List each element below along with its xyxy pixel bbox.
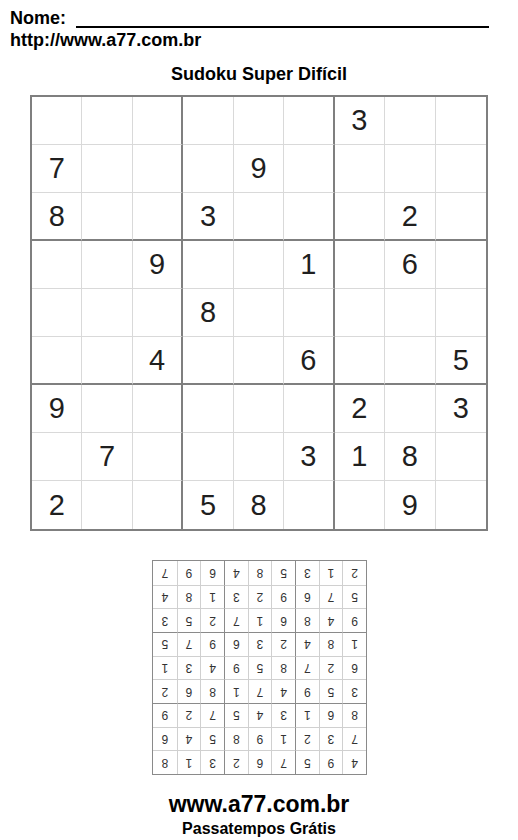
sudoku-cell-r2c2: 3 — [318, 727, 342, 751]
footer: www.a77.com.br Passatempos Grátis — [0, 791, 518, 839]
sudoku-cell-r2c3[interactable] — [133, 145, 183, 193]
sudoku-cell-r7c3: 8 — [295, 608, 319, 632]
sudoku-cell-r5c3: 7 — [295, 656, 319, 680]
sudoku-cell-r3c1: 8 — [342, 703, 366, 727]
sudoku-cell-r3c2: 6 — [318, 703, 342, 727]
sudoku-cell-r7c6[interactable] — [284, 385, 334, 433]
sudoku-cell-r7c3[interactable] — [133, 385, 183, 433]
sudoku-cell-r9c7[interactable] — [335, 481, 385, 529]
sudoku-cell-r5c1: 6 — [342, 656, 366, 680]
sudoku-cell-r1c9: 8 — [153, 750, 177, 774]
sudoku-cell-r9c9: 7 — [153, 561, 177, 585]
sudoku-cell-r3c4[interactable]: 3 — [183, 193, 233, 241]
sudoku-cell-r4c7: 8 — [200, 679, 224, 703]
sudoku-cell-r2c5: 9 — [247, 727, 271, 751]
sudoku-cell-r5c6[interactable] — [284, 289, 334, 337]
sudoku-puzzle-grid: 379832916846592373182589 — [30, 95, 488, 531]
sudoku-cell-r8c4: 9 — [271, 585, 295, 609]
sudoku-cell-r8c3: 6 — [295, 585, 319, 609]
sudoku-cell-r1c1[interactable] — [32, 97, 82, 145]
sudoku-cell-r5c4: 8 — [271, 656, 295, 680]
sudoku-cell-r1c7: 3 — [200, 750, 224, 774]
sudoku-cell-r2c9[interactable] — [436, 145, 486, 193]
sudoku-cell-r1c1: 4 — [342, 750, 366, 774]
name-label: Nome: — [10, 8, 66, 28]
sudoku-cell-r6c4: 2 — [271, 632, 295, 656]
page: Nome: http://www.a77.com.br Sudoku Super… — [0, 0, 518, 840]
sudoku-cell-r9c3: 3 — [295, 561, 319, 585]
sudoku-cell-r9c2[interactable] — [82, 481, 132, 529]
sudoku-cell-r2c8: 4 — [176, 727, 200, 751]
sudoku-cell-r9c5: 8 — [247, 561, 271, 585]
sudoku-cell-r3c9[interactable] — [436, 193, 486, 241]
sudoku-cell-r4c5[interactable] — [234, 241, 284, 289]
sudoku-cell-r5c5[interactable] — [234, 289, 284, 337]
sudoku-cell-r4c1: 3 — [342, 679, 366, 703]
sudoku-cell-r5c6: 9 — [224, 656, 248, 680]
sudoku-cell-r4c2: 5 — [318, 679, 342, 703]
sudoku-cell-r8c8[interactable]: 8 — [385, 433, 435, 481]
sudoku-cell-r3c6[interactable] — [284, 193, 334, 241]
sudoku-cell-r2c3: 2 — [295, 727, 319, 751]
sudoku-cell-r1c7[interactable]: 3 — [335, 97, 385, 145]
sudoku-cell-r3c4: 3 — [271, 703, 295, 727]
sudoku-cell-r4c9: 2 — [153, 679, 177, 703]
sudoku-cell-r6c7: 9 — [200, 632, 224, 656]
sudoku-cell-r5c7: 4 — [200, 656, 224, 680]
sudoku-cell-r1c2[interactable] — [82, 97, 132, 145]
sudoku-cell-r2c6: 8 — [224, 727, 248, 751]
sudoku-cell-r4c8: 6 — [176, 679, 200, 703]
sudoku-cell-r7c4[interactable] — [183, 385, 233, 433]
sudoku-cell-r3c5[interactable] — [234, 193, 284, 241]
sudoku-cell-r9c2: 1 — [318, 561, 342, 585]
sudoku-cell-r7c1[interactable]: 9 — [32, 385, 82, 433]
sudoku-cell-r6c1[interactable] — [32, 337, 82, 385]
sudoku-cell-r5c1[interactable] — [32, 289, 82, 337]
sudoku-cell-r8c8: 8 — [176, 585, 200, 609]
sudoku-cell-r4c8[interactable]: 6 — [385, 241, 435, 289]
sudoku-cell-r6c4[interactable] — [183, 337, 233, 385]
sudoku-cell-r5c2[interactable] — [82, 289, 132, 337]
sudoku-cell-r7c7: 2 — [200, 608, 224, 632]
sudoku-cell-r3c1[interactable]: 8 — [32, 193, 82, 241]
sudoku-cell-r5c8: 3 — [176, 656, 200, 680]
sudoku-cell-r2c2[interactable] — [82, 145, 132, 193]
sudoku-cell-r7c5[interactable] — [234, 385, 284, 433]
sudoku-cell-r2c6[interactable] — [284, 145, 334, 193]
sudoku-cell-r1c6: 2 — [224, 750, 248, 774]
sudoku-cell-r5c8[interactable] — [385, 289, 435, 337]
sudoku-cell-r6c6: 6 — [224, 632, 248, 656]
sudoku-cell-r6c5: 3 — [247, 632, 271, 656]
sudoku-cell-r1c3[interactable] — [133, 97, 183, 145]
sudoku-cell-r5c9[interactable] — [436, 289, 486, 337]
sudoku-cell-r6c2[interactable] — [82, 337, 132, 385]
sudoku-cell-r3c6: 5 — [224, 703, 248, 727]
sudoku-cell-r8c9: 4 — [153, 585, 177, 609]
sudoku-cell-r2c7: 5 — [200, 727, 224, 751]
sudoku-cell-r4c2[interactable] — [82, 241, 132, 289]
sudoku-cell-r7c9[interactable]: 3 — [436, 385, 486, 433]
sudoku-cell-r1c3: 5 — [295, 750, 319, 774]
sudoku-cell-r4c7[interactable] — [335, 241, 385, 289]
sudoku-cell-r2c1: 7 — [342, 727, 366, 751]
sudoku-cell-r9c6[interactable] — [284, 481, 334, 529]
sudoku-cell-r9c4[interactable]: 5 — [183, 481, 233, 529]
sudoku-cell-r2c5[interactable]: 9 — [234, 145, 284, 193]
sudoku-cell-r3c9: 9 — [153, 703, 177, 727]
sudoku-cell-r3c3: 1 — [295, 703, 319, 727]
sudoku-cell-r8c2: 7 — [318, 585, 342, 609]
sudoku-cell-r7c8[interactable] — [385, 385, 435, 433]
sudoku-cell-r1c5: 6 — [247, 750, 271, 774]
sudoku-cell-r3c8[interactable]: 2 — [385, 193, 435, 241]
sudoku-cell-r9c4: 5 — [271, 561, 295, 585]
sudoku-cell-r6c3: 4 — [295, 632, 319, 656]
sudoku-cell-r8c1: 5 — [342, 585, 366, 609]
sudoku-cell-r7c4: 6 — [271, 608, 295, 632]
sudoku-cell-r3c8: 2 — [176, 703, 200, 727]
sudoku-cell-r4c6[interactable]: 1 — [284, 241, 334, 289]
sudoku-cell-r3c3[interactable] — [133, 193, 183, 241]
sudoku-cell-r8c2[interactable]: 7 — [82, 433, 132, 481]
sudoku-cell-r6c3[interactable]: 4 — [133, 337, 183, 385]
sudoku-cell-r8c7[interactable]: 1 — [335, 433, 385, 481]
footer-tagline: Passatempos Grátis — [0, 819, 518, 839]
sudoku-cell-r9c3[interactable] — [133, 481, 183, 529]
sudoku-cell-r2c1[interactable]: 7 — [32, 145, 82, 193]
sudoku-cell-r4c1[interactable] — [32, 241, 82, 289]
sudoku-cell-r9c1: 2 — [342, 561, 366, 585]
sudoku-cell-r9c8: 9 — [176, 561, 200, 585]
sudoku-cell-r1c6[interactable] — [284, 97, 334, 145]
sudoku-cell-r6c1: 1 — [342, 632, 366, 656]
sudoku-cell-r4c6: 1 — [224, 679, 248, 703]
sudoku-cell-r4c3: 9 — [295, 679, 319, 703]
sudoku-cell-r6c8: 7 — [176, 632, 200, 656]
sudoku-cell-r3c5: 4 — [247, 703, 271, 727]
sudoku-cell-r7c1: 9 — [342, 608, 366, 632]
sudoku-cell-r1c8[interactable] — [385, 97, 435, 145]
name-fill-line[interactable] — [76, 9, 489, 28]
sudoku-cell-r5c4[interactable]: 8 — [183, 289, 233, 337]
sudoku-cell-r7c2: 4 — [318, 608, 342, 632]
sudoku-cell-r7c9: 3 — [153, 608, 177, 632]
sudoku-cell-r9c6: 4 — [224, 561, 248, 585]
sudoku-cell-r5c3[interactable] — [133, 289, 183, 337]
sudoku-cell-r1c4: 7 — [271, 750, 295, 774]
sudoku-cell-r6c6[interactable]: 6 — [284, 337, 334, 385]
sudoku-cell-r1c2: 9 — [318, 750, 342, 774]
sudoku-cell-r8c9[interactable] — [436, 433, 486, 481]
sudoku-cell-r8c5[interactable] — [234, 433, 284, 481]
sudoku-cell-r4c3[interactable]: 9 — [133, 241, 183, 289]
sudoku-cell-r6c2: 8 — [318, 632, 342, 656]
sudoku-cell-r2c9: 6 — [153, 727, 177, 751]
sudoku-cell-r7c8: 5 — [176, 608, 200, 632]
sudoku-cell-r5c7[interactable] — [335, 289, 385, 337]
sudoku-cell-r8c6: 3 — [224, 585, 248, 609]
sudoku-cell-r9c8[interactable]: 9 — [385, 481, 435, 529]
sudoku-cell-r5c2: 2 — [318, 656, 342, 680]
sudoku-cell-r3c2[interactable] — [82, 193, 132, 241]
sudoku-cell-r2c4[interactable] — [183, 145, 233, 193]
sudoku-cell-r9c5[interactable]: 8 — [234, 481, 284, 529]
sudoku-cell-r2c4: 1 — [271, 727, 295, 751]
sudoku-cell-r6c8[interactable] — [385, 337, 435, 385]
footer-url: www.a77.com.br — [0, 791, 518, 817]
sudoku-cell-r8c1[interactable] — [32, 433, 82, 481]
sudoku-solution-grid: 4957623187321985468613457293594718626278… — [152, 560, 367, 775]
puzzle-title: Sudoku Super Difícil — [0, 64, 518, 84]
sudoku-cell-r5c5: 5 — [247, 656, 271, 680]
site-url-top: http://www.a77.com.br — [10, 30, 518, 50]
sudoku-cell-r4c4: 4 — [271, 679, 295, 703]
sudoku-cell-r6c5[interactable] — [234, 337, 284, 385]
sudoku-cell-r4c4[interactable] — [183, 241, 233, 289]
sudoku-cell-r7c5: 1 — [247, 608, 271, 632]
sudoku-cell-r1c4[interactable] — [183, 97, 233, 145]
sudoku-cell-r9c7: 6 — [200, 561, 224, 585]
sudoku-cell-r6c9: 5 — [153, 632, 177, 656]
sudoku-cell-r4c5: 7 — [247, 679, 271, 703]
sudoku-cell-r7c7[interactable]: 2 — [335, 385, 385, 433]
sudoku-cell-r6c9[interactable]: 5 — [436, 337, 486, 385]
sudoku-cell-r8c7: 1 — [200, 585, 224, 609]
sudoku-cell-r1c5[interactable] — [234, 97, 284, 145]
sudoku-cell-r2c8[interactable] — [385, 145, 435, 193]
sudoku-cell-r8c4[interactable] — [183, 433, 233, 481]
sudoku-cell-r3c7[interactable] — [335, 193, 385, 241]
sudoku-cell-r8c6[interactable]: 3 — [284, 433, 334, 481]
sudoku-cell-r1c9[interactable] — [436, 97, 486, 145]
sudoku-cell-r8c3[interactable] — [133, 433, 183, 481]
sudoku-cell-r3c7: 7 — [200, 703, 224, 727]
sudoku-cell-r2c7[interactable] — [335, 145, 385, 193]
name-row: Nome: — [0, 0, 518, 28]
sudoku-cell-r9c1[interactable]: 2 — [32, 481, 82, 529]
sudoku-cell-r1c8: 1 — [176, 750, 200, 774]
sudoku-cell-r8c5: 2 — [247, 585, 271, 609]
sudoku-cell-r7c2[interactable] — [82, 385, 132, 433]
sudoku-cell-r7c6: 7 — [224, 608, 248, 632]
sudoku-cell-r9c9[interactable] — [436, 481, 486, 529]
sudoku-cell-r6c7[interactable] — [335, 337, 385, 385]
sudoku-cell-r4c9[interactable] — [436, 241, 486, 289]
sudoku-cell-r5c9: 1 — [153, 656, 177, 680]
